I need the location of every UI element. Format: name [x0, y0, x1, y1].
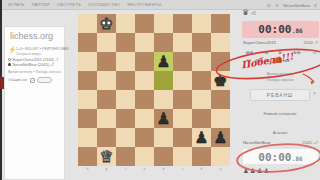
chat-header-row: Общий чат ✓: [8, 77, 52, 83]
square-e4[interactable]: [135, 71, 154, 90]
chat-input[interactable]: [37, 77, 52, 83]
analysis-button[interactable]: Анализ: [240, 130, 320, 135]
square-a5[interactable]: [211, 90, 230, 109]
black-player-line[interactable]: NeuroNetBear (2045) +7: [8, 63, 54, 67]
black-king-piece: ♚: [213, 71, 227, 90]
square-f4[interactable]: [116, 71, 135, 90]
coord-f: f: [116, 167, 135, 171]
nav-item-4[interactable]: ИНСТРУМЕНТЫ: [127, 2, 161, 7]
square-f7[interactable]: [116, 128, 135, 147]
square-e8[interactable]: [135, 147, 154, 166]
square-h3[interactable]: [78, 52, 97, 71]
square-b7[interactable]: ♟: [192, 128, 211, 147]
square-g6[interactable]: [97, 109, 116, 128]
square-d6[interactable]: ♟: [154, 109, 173, 128]
status-black-wins: Победа чёрных: [240, 78, 320, 82]
coord-e: e: [135, 167, 154, 171]
captured-pawn-icon: ♟: [257, 168, 263, 175]
coord-g: g: [97, 167, 116, 171]
square-c4[interactable]: [173, 71, 192, 90]
square-a4[interactable]: ♚: [211, 71, 230, 90]
square-a1[interactable]: [211, 14, 230, 33]
lichess-logo[interactable]: lichess.org: [10, 31, 53, 41]
square-e3[interactable]: [135, 52, 154, 71]
coord-d: d: [154, 167, 173, 171]
navbar-right: ⊙ ⚔ NeuroNetBear ≡: [267, 0, 317, 10]
left-edge-strip: [0, 0, 2, 180]
captured-pawn-icon: ♟: [243, 168, 249, 175]
challenge-target-icon[interactable]: ⊙: [267, 3, 271, 8]
square-h5[interactable]: [78, 90, 97, 109]
square-e1[interactable]: [135, 14, 154, 33]
nav-item-1[interactable]: ПАРТИИ: [32, 2, 50, 7]
square-d7[interactable]: [154, 128, 173, 147]
white-name-row: SuperChess2015 2100 -7: [243, 40, 318, 45]
black-pawn-piece: ♟: [213, 128, 227, 147]
chat-label: Общий чат: [8, 78, 27, 82]
new-opponent-button[interactable]: Новый соперник: [240, 111, 320, 116]
square-c5[interactable]: [173, 90, 192, 109]
black-pawn-piece: ♟: [156, 52, 170, 71]
square-f1[interactable]: [116, 14, 135, 33]
square-c7[interactable]: [173, 128, 192, 147]
square-b6[interactable]: [192, 109, 211, 128]
square-h6[interactable]: [78, 109, 97, 128]
square-e2[interactable]: [135, 33, 154, 52]
square-a6[interactable]: [211, 109, 230, 128]
square-b2[interactable]: [192, 33, 211, 52]
move-token-0[interactable]: 42.: [246, 58, 252, 63]
black-pawn-piece: ♟: [156, 109, 170, 128]
square-c2[interactable]: [173, 33, 192, 52]
square-e6[interactable]: [135, 109, 154, 128]
first-move-icon[interactable]: ◀◀: [245, 49, 253, 55]
square-c8[interactable]: [173, 147, 192, 166]
file-coordinates: hgfedcba: [78, 167, 230, 171]
square-g2[interactable]: [97, 33, 116, 52]
game-info-card: lichess.org ⚡ 1+0 • BULLET • РЕЙТИНГОВАЯ…: [4, 26, 65, 180]
square-h8[interactable]: [78, 147, 97, 166]
square-g7[interactable]: [97, 128, 116, 147]
move-token-1[interactable]: Фg8: [255, 58, 263, 63]
crossed-swords-icon[interactable]: ⚔: [275, 3, 279, 8]
white-clock-main: 00:00: [258, 21, 291, 38]
coord-a: a: [211, 167, 230, 171]
square-c3[interactable]: [173, 52, 192, 71]
square-d8[interactable]: [154, 147, 173, 166]
square-h2[interactable]: [78, 33, 97, 52]
chess-board: ♚♟♚♟♟♟♛: [78, 14, 230, 166]
square-h7[interactable]: [78, 128, 97, 147]
square-a2[interactable]: [211, 33, 230, 52]
square-c6[interactable]: [173, 109, 192, 128]
square-a3[interactable]: [211, 52, 230, 71]
white-player-line[interactable]: SuperChess2015 (2100) -7: [8, 58, 58, 62]
black-clock-main: 00:00: [258, 149, 291, 166]
square-h1[interactable]: [78, 14, 97, 33]
white-rating-change: 2100 -7: [303, 40, 318, 45]
square-f2[interactable]: [116, 33, 135, 52]
square-a8[interactable]: [211, 147, 230, 166]
nav-item-0[interactable]: ИГРАТЬ: [8, 2, 25, 7]
top-navbar: ИГРАТЬПАРТИИСМОТРЕТЬСООБЩЕСТВОИНСТРУМЕНТ…: [0, 0, 320, 10]
coord-h: h: [78, 167, 97, 171]
square-g4[interactable]: [97, 71, 116, 90]
last-move-icon[interactable]: ▶▶: [294, 49, 302, 55]
square-g1[interactable]: ♚: [97, 14, 116, 33]
material-advantage-value: +5: [251, 11, 256, 16]
coord-c: c: [173, 167, 192, 171]
square-d4[interactable]: [154, 71, 173, 90]
square-d1[interactable]: [154, 14, 173, 33]
square-e5[interactable]: [135, 90, 154, 109]
black-rating-change: 2045 +7: [302, 140, 318, 145]
square-c1[interactable]: [173, 14, 192, 33]
white-queen-piece: ♛: [99, 147, 113, 166]
captured-pawn-icon: ♟: [250, 168, 256, 175]
move-token-2[interactable]: d4: [266, 58, 271, 63]
white-king-piece: ♚: [99, 14, 113, 33]
current-move-chip[interactable]: 43: [274, 58, 282, 63]
next-move-icon[interactable]: ▶: [279, 49, 283, 55]
time-control-line: 1+0 • BULLET • РЕЙТИНГОВАЯ: [16, 47, 69, 51]
chat-toggle-checkbox[interactable]: ✓: [30, 78, 35, 83]
rematch-button[interactable]: РЕВАНШ: [250, 89, 310, 101]
black-pawn-piece: ♟: [194, 128, 208, 147]
black-player-name[interactable]: NeuroNetBear: [243, 140, 270, 145]
square-f8[interactable]: [116, 147, 135, 166]
captured-pawn-icon: ♟: [263, 168, 269, 175]
prev-move-icon[interactable]: ◀: [264, 49, 268, 55]
captured-queen-icon: ♛: [242, 9, 249, 17]
square-g8[interactable]: ♛: [97, 147, 116, 166]
status-time-out: Время истекло: [240, 72, 320, 76]
username[interactable]: NeuroNetBear: [283, 3, 310, 8]
square-d2[interactable]: [154, 33, 173, 52]
coord-b: b: [192, 167, 211, 171]
black-clock: 00:00 .86: [242, 148, 319, 165]
square-e7[interactable]: [135, 128, 154, 147]
square-g5[interactable]: [97, 90, 116, 109]
nav-menu: ИГРАТЬПАРТИИСМОТРЕТЬСООБЩЕСТВОИНСТРУМЕНТ…: [8, 2, 161, 7]
analysis-gear-icon[interactable]: ⚙: [313, 49, 317, 55]
game-result-line: Время истекло • Победа чёрных: [8, 70, 61, 74]
lichess-game-page: ИГРАТЬПАРТИИСМОТРЕТЬСООБЩЕСТВОИНСТРУМЕНТ…: [0, 0, 320, 180]
black-color-dot: [8, 63, 11, 66]
square-b1[interactable]: [192, 14, 211, 33]
square-b4[interactable]: [192, 71, 211, 90]
nav-item-2[interactable]: СМОТРЕТЬ: [57, 2, 82, 7]
square-d5[interactable]: [154, 90, 173, 109]
move-token-4[interactable]: d3: [285, 58, 290, 63]
move-list: 42.Фg8d443d3: [246, 58, 289, 63]
white-clock-flagged: 00:00 .86: [242, 21, 319, 38]
square-b5[interactable]: [192, 90, 211, 109]
square-f5[interactable]: [116, 90, 135, 109]
black-name-row: NeuroNetBear 2045 +7: [243, 140, 318, 145]
nav-item-3[interactable]: СООБЩЕСТВО: [88, 2, 120, 7]
square-h4[interactable]: [78, 71, 97, 90]
square-a7[interactable]: ♟: [211, 128, 230, 147]
black-clock-frac: .86: [292, 155, 303, 162]
white-material-advantage: ♛ +5: [242, 9, 256, 17]
white-clock-frac: .86: [292, 27, 303, 34]
square-d3[interactable]: ♟: [154, 52, 173, 71]
hamburger-menu-icon[interactable]: ≡: [314, 3, 317, 8]
square-g3[interactable]: [97, 52, 116, 71]
move-navigation-bar: ◀◀◀▶▶▶⚙: [245, 49, 317, 55]
black-captured-pawns: ♟♟♟♟: [243, 168, 269, 175]
close-icon[interactable]: ×: [313, 90, 316, 96]
white-color-dot: [8, 58, 11, 61]
white-player-name[interactable]: SuperChess2015: [243, 40, 276, 45]
square-f3[interactable]: [116, 52, 135, 71]
played-ago-line: Сыграна вчера: [16, 52, 41, 56]
square-f6[interactable]: [116, 109, 135, 128]
square-b3[interactable]: [192, 52, 211, 71]
square-b8[interactable]: [192, 147, 211, 166]
